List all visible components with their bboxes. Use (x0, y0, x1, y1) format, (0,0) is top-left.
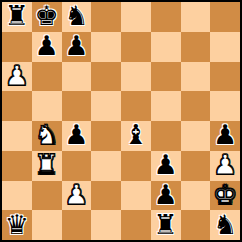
piece-black-pawn[interactable]: ♟ (35, 32, 59, 59)
square-d7[interactable] (91, 32, 121, 62)
piece-white-king[interactable]: ♚ (213, 181, 237, 208)
square-b4[interactable]: ♞ (32, 121, 62, 151)
piece-black-knight[interactable]: ♞ (213, 211, 237, 238)
piece-black-pawn[interactable]: ♟ (154, 151, 178, 178)
square-h1[interactable]: ♞ (210, 210, 240, 240)
square-c1[interactable] (62, 210, 92, 240)
piece-black-rook[interactable]: ♜ (5, 2, 29, 29)
square-f2[interactable]: ♟ (151, 181, 181, 211)
square-e6[interactable] (121, 62, 151, 92)
square-d3[interactable] (91, 151, 121, 181)
square-e5[interactable] (121, 91, 151, 121)
square-b6[interactable] (32, 62, 62, 92)
square-d5[interactable] (91, 91, 121, 121)
square-g4[interactable] (181, 121, 211, 151)
piece-white-rook[interactable]: ♜ (35, 151, 59, 178)
square-g2[interactable] (181, 181, 211, 211)
square-c6[interactable] (62, 62, 92, 92)
square-d2[interactable] (91, 181, 121, 211)
chess-board: ♜♚♞♟♟♟♞♟♝♟♜♟♟♟♟♚♛♜♞ (2, 2, 240, 240)
square-h6[interactable] (210, 62, 240, 92)
square-f8[interactable] (151, 2, 181, 32)
square-c8[interactable]: ♞ (62, 2, 92, 32)
square-g3[interactable] (181, 151, 211, 181)
square-f4[interactable] (151, 121, 181, 151)
square-c4[interactable]: ♟ (62, 121, 92, 151)
piece-black-knight[interactable]: ♞ (64, 2, 88, 29)
piece-white-pawn[interactable]: ♟ (213, 151, 237, 178)
square-b5[interactable] (32, 91, 62, 121)
square-f5[interactable] (151, 91, 181, 121)
square-h8[interactable] (210, 2, 240, 32)
square-b1[interactable] (32, 210, 62, 240)
square-f1[interactable]: ♜ (151, 210, 181, 240)
square-e3[interactable] (121, 151, 151, 181)
square-h4[interactable]: ♟ (210, 121, 240, 151)
piece-black-bishop[interactable]: ♝ (124, 121, 148, 148)
square-g6[interactable] (181, 62, 211, 92)
square-g8[interactable] (181, 2, 211, 32)
square-h3[interactable]: ♟ (210, 151, 240, 181)
square-b7[interactable]: ♟ (32, 32, 62, 62)
square-c3[interactable] (62, 151, 92, 181)
square-d4[interactable] (91, 121, 121, 151)
square-g7[interactable] (181, 32, 211, 62)
square-b3[interactable]: ♜ (32, 151, 62, 181)
piece-white-pawn[interactable]: ♟ (64, 181, 88, 208)
piece-black-rook[interactable]: ♜ (154, 211, 178, 238)
piece-black-pawn[interactable]: ♟ (213, 121, 237, 148)
square-a6[interactable]: ♟ (2, 62, 32, 92)
square-a3[interactable] (2, 151, 32, 181)
square-f3[interactable]: ♟ (151, 151, 181, 181)
square-b2[interactable] (32, 181, 62, 211)
square-a5[interactable] (2, 91, 32, 121)
piece-white-pawn[interactable]: ♟ (5, 62, 29, 89)
square-e1[interactable] (121, 210, 151, 240)
square-c5[interactable] (62, 91, 92, 121)
square-d1[interactable] (91, 210, 121, 240)
square-e8[interactable] (121, 2, 151, 32)
square-g5[interactable] (181, 91, 211, 121)
square-d6[interactable] (91, 62, 121, 92)
square-d8[interactable] (91, 2, 121, 32)
piece-black-king[interactable]: ♚ (35, 2, 59, 29)
piece-black-pawn[interactable]: ♟ (154, 181, 178, 208)
square-h7[interactable] (210, 32, 240, 62)
piece-white-knight[interactable]: ♞ (35, 121, 59, 148)
square-c7[interactable]: ♟ (62, 32, 92, 62)
piece-black-pawn[interactable]: ♟ (64, 32, 88, 59)
square-a7[interactable] (2, 32, 32, 62)
square-g1[interactable] (181, 210, 211, 240)
square-a2[interactable] (2, 181, 32, 211)
chess-board-frame: ♜♚♞♟♟♟♞♟♝♟♜♟♟♟♟♚♛♜♞ (0, 0, 242, 242)
square-f6[interactable] (151, 62, 181, 92)
piece-black-pawn[interactable]: ♟ (64, 121, 88, 148)
square-c2[interactable]: ♟ (62, 181, 92, 211)
square-e4[interactable]: ♝ (121, 121, 151, 151)
piece-black-queen[interactable]: ♛ (5, 211, 29, 238)
square-a4[interactable] (2, 121, 32, 151)
square-a8[interactable]: ♜ (2, 2, 32, 32)
square-h2[interactable]: ♚ (210, 181, 240, 211)
square-b8[interactable]: ♚ (32, 2, 62, 32)
square-a1[interactable]: ♛ (2, 210, 32, 240)
square-e2[interactable] (121, 181, 151, 211)
square-f7[interactable] (151, 32, 181, 62)
square-h5[interactable] (210, 91, 240, 121)
square-e7[interactable] (121, 32, 151, 62)
